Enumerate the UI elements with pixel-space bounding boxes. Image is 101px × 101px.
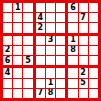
sudoku-cell-empty[interactable] (23, 36, 32, 45)
sudoku-cell-given[interactable]: 8 (68, 46, 77, 55)
sudoku-cell-empty[interactable] (56, 89, 65, 98)
sudoku-cell-empty[interactable] (56, 13, 65, 22)
sudoku-cell-empty[interactable] (13, 36, 22, 45)
sudoku-cell-empty[interactable] (68, 56, 77, 65)
sudoku-cell-empty[interactable] (89, 13, 98, 22)
sudoku-cell-empty[interactable] (56, 23, 65, 32)
sudoku-cell-empty[interactable] (56, 68, 65, 77)
sudoku-cell-empty[interactable] (89, 79, 98, 88)
sudoku-cell-empty[interactable] (79, 23, 88, 32)
sudoku-cell-empty[interactable] (46, 13, 55, 22)
sudoku-cell-empty[interactable] (68, 89, 77, 98)
sudoku-cell-empty[interactable] (36, 46, 45, 55)
sudoku-cell-empty[interactable] (13, 56, 22, 65)
sudoku-cell-empty[interactable] (36, 79, 45, 88)
sudoku-cell-empty[interactable] (3, 3, 12, 12)
sudoku-cell-empty[interactable] (79, 36, 88, 45)
sudoku-cell-empty[interactable] (3, 79, 12, 88)
sudoku-cell-empty[interactable] (89, 89, 98, 98)
sudoku-cell-empty[interactable] (3, 13, 12, 22)
sudoku-cell-empty[interactable] (68, 79, 77, 88)
sudoku-cell-empty[interactable] (23, 23, 32, 32)
sudoku-cell-given[interactable]: 8 (46, 89, 55, 98)
sudoku-cell-given[interactable]: 2 (36, 23, 45, 32)
sudoku-cell-given[interactable]: 5 (23, 56, 32, 65)
sudoku-cell-empty[interactable] (89, 3, 98, 12)
sudoku-board: 16472312865421578 (0, 0, 101, 101)
sudoku-cell-empty[interactable] (79, 56, 88, 65)
sudoku-cell-empty[interactable] (68, 23, 77, 32)
sudoku-cell-empty[interactable] (23, 79, 32, 88)
sudoku-cell-empty[interactable] (46, 46, 55, 55)
sudoku-cell-empty[interactable] (23, 3, 32, 12)
sudoku-cell-given[interactable]: 4 (3, 68, 12, 77)
sudoku-cell-empty[interactable] (13, 23, 22, 32)
sudoku-cell-empty[interactable] (89, 68, 98, 77)
sudoku-cell-empty[interactable] (56, 79, 65, 88)
sudoku-cell-empty[interactable] (79, 46, 88, 55)
sudoku-cell-empty[interactable] (56, 3, 65, 12)
sudoku-cell-given[interactable]: 1 (68, 36, 77, 45)
sudoku-cell-empty[interactable] (23, 13, 32, 22)
sudoku-cell-empty[interactable] (36, 36, 45, 45)
sudoku-cell-empty[interactable] (3, 36, 12, 45)
sudoku-cell-given[interactable]: 2 (79, 68, 88, 77)
sudoku-cell-empty[interactable] (56, 46, 65, 55)
sudoku-cell-empty[interactable] (46, 3, 55, 12)
sudoku-cell-empty[interactable] (3, 23, 12, 32)
sudoku-cell-empty[interactable] (13, 79, 22, 88)
sudoku-cell-empty[interactable] (23, 68, 32, 77)
sudoku-cell-empty[interactable] (46, 23, 55, 32)
sudoku-cell-given[interactable]: 1 (13, 3, 22, 12)
sudoku-cell-empty[interactable] (13, 13, 22, 22)
sudoku-cell-empty[interactable] (13, 89, 22, 98)
sudoku-cell-empty[interactable] (89, 46, 98, 55)
sudoku-cell-given[interactable]: 3 (46, 36, 55, 45)
sudoku-cell-empty[interactable] (3, 89, 12, 98)
sudoku-cell-empty[interactable] (68, 68, 77, 77)
sudoku-cell-given[interactable]: 2 (3, 46, 12, 55)
sudoku-cell-empty[interactable] (23, 89, 32, 98)
sudoku-cell-empty[interactable] (46, 68, 55, 77)
sudoku-cell-empty[interactable] (89, 36, 98, 45)
sudoku-cell-empty[interactable] (56, 56, 65, 65)
sudoku-cell-empty[interactable] (56, 36, 65, 45)
sudoku-cell-given[interactable]: 4 (36, 13, 45, 22)
sudoku-cell-given[interactable]: 7 (36, 89, 45, 98)
sudoku-cell-given[interactable]: 7 (79, 13, 88, 22)
sudoku-cell-empty[interactable] (79, 3, 88, 12)
sudoku-cell-given[interactable]: 6 (68, 3, 77, 12)
sudoku-cell-empty[interactable] (36, 68, 45, 77)
sudoku-cell-empty[interactable] (36, 3, 45, 12)
sudoku-cell-given[interactable]: 1 (46, 79, 55, 88)
sudoku-cell-empty[interactable] (89, 23, 98, 32)
sudoku-cell-empty[interactable] (13, 68, 22, 77)
sudoku-cell-given[interactable]: 5 (79, 79, 88, 88)
sudoku-cell-empty[interactable] (23, 46, 32, 55)
sudoku-cell-empty[interactable] (36, 56, 45, 65)
sudoku-cell-empty[interactable] (68, 13, 77, 22)
sudoku-cell-empty[interactable] (79, 89, 88, 98)
sudoku-cell-empty[interactable] (46, 56, 55, 65)
sudoku-cell-given[interactable]: 6 (3, 56, 12, 65)
sudoku-cell-empty[interactable] (89, 56, 98, 65)
sudoku-cell-empty[interactable] (13, 46, 22, 55)
